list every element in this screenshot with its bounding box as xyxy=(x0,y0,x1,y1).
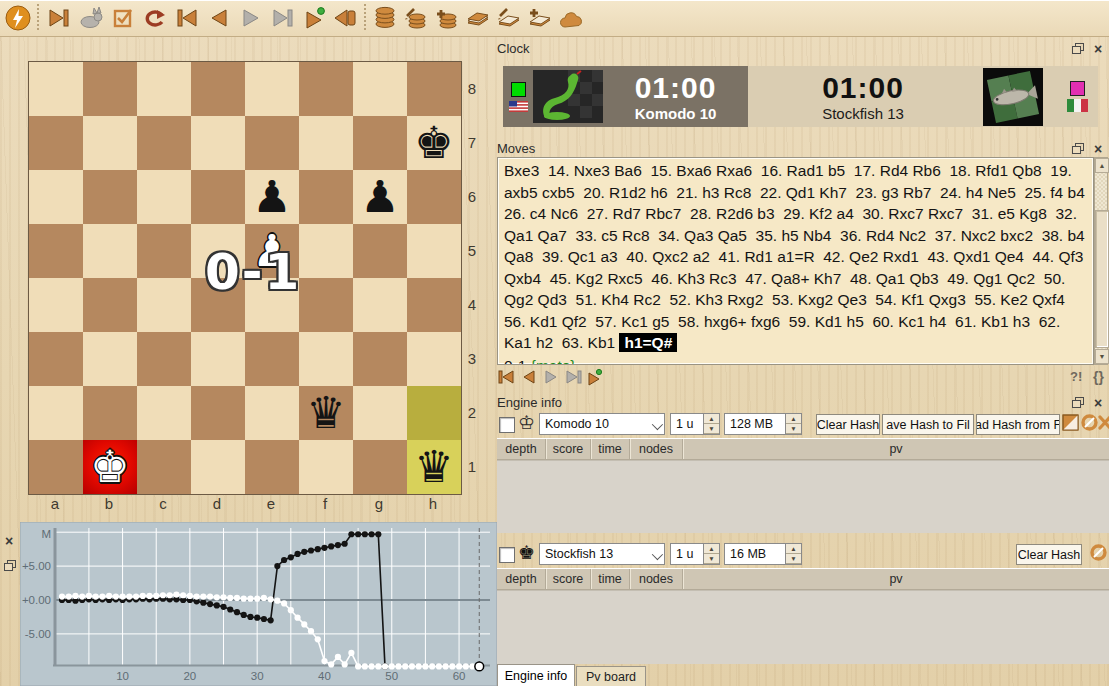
engine2-permanent-brain-icon[interactable] xyxy=(1090,544,1107,565)
col-nodes: nodes xyxy=(630,439,683,459)
moves-scrollbar[interactable]: ▲ ▼ xyxy=(1094,157,1108,365)
black-queen[interactable]: ♛ xyxy=(306,388,345,438)
square-d6[interactable] xyxy=(191,170,245,224)
square-b7[interactable] xyxy=(83,116,137,170)
scrollbar-thumb[interactable] xyxy=(1095,210,1109,348)
chevron-down-icon xyxy=(652,419,663,430)
engine1-units-spinner[interactable]: 1 u▲▼ xyxy=(670,413,720,435)
spin-down-icon[interactable]: ▼ xyxy=(786,554,801,564)
engine1-board-split-icon[interactable] xyxy=(1062,414,1079,435)
engine1-clear-hash-button[interactable]: Clear Hash xyxy=(816,414,880,435)
square-f8[interactable] xyxy=(299,62,353,116)
rank-label: 5 xyxy=(462,223,482,277)
rank-labels: 87654321 xyxy=(462,61,482,493)
toolbar-separator xyxy=(35,4,42,32)
square-e1[interactable] xyxy=(245,440,299,494)
engine2-table-header: depth score time nodes pv xyxy=(497,568,1109,590)
square-a3[interactable] xyxy=(29,332,83,386)
file-label: c xyxy=(136,495,190,512)
file-labels: abcdefgh xyxy=(28,495,460,512)
engine-info-title: Engine info xyxy=(497,395,562,410)
square-a5[interactable] xyxy=(29,224,83,278)
square-c6[interactable] xyxy=(137,170,191,224)
svg-text:M: M xyxy=(41,528,51,540)
square-b5[interactable] xyxy=(83,224,137,278)
square-f2[interactable]: ♛ xyxy=(299,386,353,440)
square-f1[interactable] xyxy=(299,440,353,494)
moves-play-variation-icon[interactable] xyxy=(586,368,604,386)
opening-book-icon[interactable] xyxy=(465,5,491,31)
mate-comment: {mate} xyxy=(531,357,576,366)
engine1-hash-spinner[interactable]: 128 MB▲▼ xyxy=(724,413,802,435)
clock-panel-title: Clock xyxy=(497,41,530,56)
score-graph-plot[interactable]: M+5.00+0.00-5.00102030405060 xyxy=(20,522,497,686)
result-text: 0-1 xyxy=(504,357,526,366)
rank-label: 8 xyxy=(462,61,482,115)
svg-text:40: 40 xyxy=(318,670,331,682)
spin-down-icon[interactable]: ▼ xyxy=(704,554,719,564)
engine1-permanent-brain-icon[interactable] xyxy=(1081,414,1098,435)
square-f3[interactable] xyxy=(299,332,353,386)
square-c4[interactable] xyxy=(137,278,191,332)
svg-text:30: 30 xyxy=(251,670,264,682)
svg-text:-5.00: -5.00 xyxy=(25,628,51,640)
current-move-highlight[interactable]: h1=Q# xyxy=(619,333,677,352)
square-b6[interactable] xyxy=(83,170,137,224)
square-h8[interactable] xyxy=(407,62,461,116)
edit-database-icon[interactable] xyxy=(403,5,429,31)
square-b8[interactable] xyxy=(83,62,137,116)
komodo-logo xyxy=(533,70,603,123)
rank-label: 1 xyxy=(462,439,482,493)
square-b3[interactable] xyxy=(83,332,137,386)
black-queen[interactable]: ♛ xyxy=(414,442,453,492)
square-g1[interactable] xyxy=(353,440,407,494)
square-a1[interactable] xyxy=(29,440,83,494)
spin-down-icon[interactable]: ▼ xyxy=(786,424,801,434)
square-g7[interactable] xyxy=(353,116,407,170)
engine1-settings-icon[interactable] xyxy=(1098,414,1109,435)
rank-label: 3 xyxy=(462,331,482,385)
rank-label: 2 xyxy=(462,385,482,439)
spin-up-icon[interactable]: ▲ xyxy=(704,544,719,554)
main-toolbar xyxy=(0,0,1109,37)
checkbox-setup-icon[interactable] xyxy=(110,5,136,31)
tab-pv-board[interactable]: Pv board xyxy=(576,666,646,686)
engine1-select[interactable]: Komodo 10 xyxy=(539,413,665,435)
app-logo-icon[interactable] xyxy=(5,5,31,31)
square-e8[interactable] xyxy=(245,62,299,116)
square-h6[interactable] xyxy=(407,170,461,224)
white-player-name: Komodo 10 xyxy=(603,105,748,122)
moves-float-icon[interactable] xyxy=(1072,143,1083,153)
rank-label: 6 xyxy=(462,169,482,223)
square-h1[interactable]: ♛ xyxy=(407,440,461,494)
white-king[interactable]: ♚ xyxy=(90,442,129,492)
square-e3[interactable] xyxy=(245,332,299,386)
col-score: score xyxy=(546,569,591,589)
black-king-icon: ♚ xyxy=(518,543,535,562)
step-back-icon[interactable] xyxy=(206,5,232,31)
white-clock-time: 01:00 xyxy=(603,71,748,105)
white-king-icon: ♔ xyxy=(518,413,535,432)
square-b4[interactable] xyxy=(83,278,137,332)
col-time: time xyxy=(591,439,630,459)
square-g4[interactable] xyxy=(353,278,407,332)
black-pawn[interactable]: ♟ xyxy=(252,172,291,222)
result-line: 0-1 {mate} xyxy=(504,355,1087,366)
svg-text:+0.00: +0.00 xyxy=(22,594,51,606)
square-a2[interactable] xyxy=(29,386,83,440)
clock-black-box: 01:00 Stockfish 13 xyxy=(748,66,1098,127)
square-g3[interactable] xyxy=(353,332,407,386)
engine2-enable-checkbox[interactable] xyxy=(499,547,515,563)
svg-text:+5.00: +5.00 xyxy=(22,560,51,572)
square-e2[interactable] xyxy=(245,386,299,440)
square-a4[interactable] xyxy=(29,278,83,332)
square-h5[interactable] xyxy=(407,224,461,278)
square-d1[interactable] xyxy=(191,440,245,494)
play-move-icon[interactable] xyxy=(302,5,328,31)
square-c8[interactable] xyxy=(137,62,191,116)
engine2-units-spinner[interactable]: 1 u▲▼ xyxy=(670,543,720,565)
database-icon[interactable] xyxy=(372,5,398,31)
score-graph-float-icon[interactable] xyxy=(4,560,15,570)
square-c1[interactable] xyxy=(137,440,191,494)
game-result-overlay: 0-1 xyxy=(205,243,325,301)
spin-up-icon[interactable]: ▲ xyxy=(786,414,801,424)
chevron-down-icon xyxy=(652,549,663,560)
square-h2[interactable] xyxy=(407,386,461,440)
square-f6[interactable] xyxy=(299,170,353,224)
take-back-into-game-icon[interactable] xyxy=(332,5,358,31)
undo-icon[interactable] xyxy=(142,5,168,31)
svg-text:10: 10 xyxy=(116,670,129,682)
col-time: time xyxy=(591,569,630,589)
col-depth: depth xyxy=(497,439,546,459)
engine-info-close-icon[interactable]: × xyxy=(1094,398,1102,408)
rank-label: 4 xyxy=(462,277,482,331)
moves-step-forward-icon[interactable] xyxy=(542,368,560,386)
square-d3[interactable] xyxy=(191,332,245,386)
col-depth: depth xyxy=(497,569,546,589)
square-g2[interactable] xyxy=(353,386,407,440)
spin-down-icon[interactable]: ▼ xyxy=(704,424,719,434)
square-e6[interactable]: ♟ xyxy=(245,170,299,224)
square-a7[interactable] xyxy=(29,116,83,170)
square-d8[interactable] xyxy=(191,62,245,116)
clock-close-icon[interactable]: × xyxy=(1094,44,1102,54)
engine1-load-hash-button[interactable]: ad Hash from F xyxy=(976,414,1060,435)
square-g5[interactable] xyxy=(353,224,407,278)
annotation-nag-button[interactable]: ?! xyxy=(1070,369,1082,384)
square-d2[interactable] xyxy=(191,386,245,440)
spin-up-icon[interactable]: ▲ xyxy=(704,414,719,424)
score-graph-close-icon[interactable]: × xyxy=(5,536,13,546)
svg-text:50: 50 xyxy=(385,670,398,682)
engine2-hash-spinner[interactable]: 16 MB▲▼ xyxy=(724,543,802,565)
moves-text[interactable]: Bxe3 14. Nxe3 Ba6 15. Bxa6 Rxa6 16. Rad1… xyxy=(504,162,1093,351)
square-g8[interactable] xyxy=(353,62,407,116)
square-h7[interactable]: ♚ xyxy=(407,116,461,170)
file-label: g xyxy=(352,495,406,512)
us-flag-icon xyxy=(509,101,528,112)
rank-label: 7 xyxy=(462,115,482,169)
black-pawn[interactable]: ♟ xyxy=(360,172,399,222)
col-pv: pv xyxy=(683,569,1109,589)
square-a8[interactable] xyxy=(29,62,83,116)
file-label: a xyxy=(28,495,82,512)
scroll-down-icon[interactable]: ▼ xyxy=(1095,349,1109,364)
file-label: b xyxy=(82,495,136,512)
square-d7[interactable] xyxy=(191,116,245,170)
step-forward-icon[interactable] xyxy=(238,5,264,31)
edit-book-icon[interactable] xyxy=(496,5,522,31)
cloud-icon[interactable] xyxy=(558,5,584,31)
engine-info-float-icon[interactable] xyxy=(1072,397,1083,407)
engine2-select[interactable]: Stockfish 13 xyxy=(539,543,665,565)
black-king[interactable]: ♚ xyxy=(414,118,453,168)
go-end-icon[interactable] xyxy=(270,5,296,31)
square-a6[interactable] xyxy=(29,170,83,224)
square-h4[interactable] xyxy=(407,278,461,332)
tab-engine-info[interactable]: Engine info xyxy=(497,664,575,686)
square-c3[interactable] xyxy=(137,332,191,386)
toolbar-separator xyxy=(362,4,369,32)
scroll-up-icon[interactable]: ▲ xyxy=(1095,158,1109,173)
square-e7[interactable] xyxy=(245,116,299,170)
stockfish-logo xyxy=(983,68,1043,126)
add-to-database-icon[interactable] xyxy=(434,5,460,31)
black-clock-time: 01:00 xyxy=(748,71,978,105)
italy-flag-icon xyxy=(1067,99,1088,112)
square-f7[interactable] xyxy=(299,116,353,170)
moves-step-back-icon[interactable] xyxy=(520,368,538,386)
moves-list[interactable]: Bxe3 14. Nxe3 Ba6 15. Bxa6 Rxa6 16. Rad1… xyxy=(497,157,1094,365)
square-c5[interactable] xyxy=(137,224,191,278)
col-score: score xyxy=(546,439,591,459)
engine1-enable-checkbox[interactable] xyxy=(499,417,515,433)
add-to-book-icon[interactable] xyxy=(527,5,553,31)
engine1-output-area xyxy=(497,460,1109,533)
spin-up-icon[interactable]: ▲ xyxy=(786,544,801,554)
moves-close-icon[interactable]: × xyxy=(1094,144,1102,154)
svg-text:60: 60 xyxy=(453,670,466,682)
clock-float-icon[interactable] xyxy=(1072,43,1083,53)
moves-panel-title: Moves xyxy=(497,141,535,156)
moves-go-end-icon[interactable] xyxy=(564,368,582,386)
file-label: f xyxy=(298,495,352,512)
white-active-indicator xyxy=(511,82,526,97)
square-g6[interactable]: ♟ xyxy=(353,170,407,224)
col-nodes: nodes xyxy=(630,569,683,589)
file-label: h xyxy=(406,495,460,512)
black-player-name: Stockfish 13 xyxy=(748,105,978,122)
svg-text:20: 20 xyxy=(183,670,196,682)
square-c7[interactable] xyxy=(137,116,191,170)
col-pv: pv xyxy=(683,439,1109,459)
score-graph-panel: × Score graph M+5.00+0.00-5.001020304050… xyxy=(0,520,497,686)
moves-go-start-icon[interactable] xyxy=(498,368,516,386)
annotation-braces-button[interactable]: {} xyxy=(1093,369,1104,385)
rabbit-icon[interactable] xyxy=(78,5,104,31)
square-b2[interactable] xyxy=(83,386,137,440)
black-active-indicator xyxy=(1070,81,1085,96)
engine1-save-hash-button[interactable]: ave Hash to Fil xyxy=(882,414,974,435)
engine2-clear-hash-button[interactable]: Clear Hash xyxy=(1016,544,1082,565)
square-h3[interactable] xyxy=(407,332,461,386)
shredder-chess-window: ♚♟♟♟♛♚♛ 0-1 abcdefgh 87654321 Clock × 01… xyxy=(0,0,1109,686)
square-b1[interactable]: ♚ xyxy=(83,440,137,494)
engine2-output-area xyxy=(497,590,1109,664)
clock-white-box: 01:00 Komodo 10 xyxy=(503,66,748,127)
engine1-table-header: depth score time nodes pv xyxy=(497,438,1109,460)
file-label: e xyxy=(244,495,298,512)
go-start-icon[interactable] xyxy=(174,5,200,31)
file-label: d xyxy=(190,495,244,512)
square-c2[interactable] xyxy=(137,386,191,440)
play-to-end-icon[interactable] xyxy=(46,5,72,31)
